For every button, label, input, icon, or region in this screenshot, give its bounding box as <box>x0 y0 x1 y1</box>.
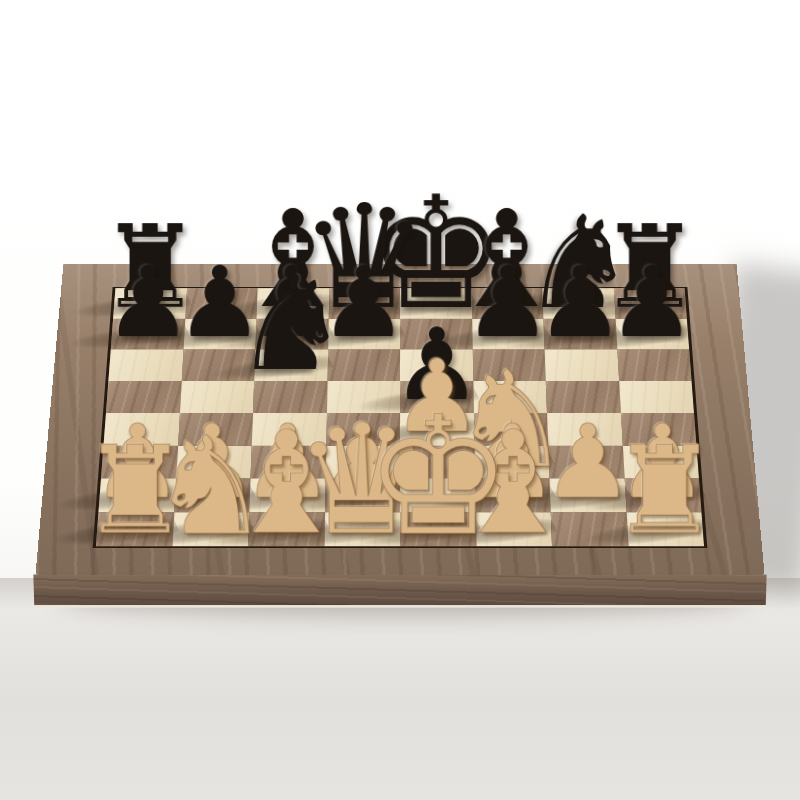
piece-glyph-rook: ♜ <box>610 430 719 530</box>
piece-glyph-king: ♚ <box>364 394 512 529</box>
piece-glyph-pawn: ♟ <box>608 254 696 334</box>
chess-board: ♜♝♛♚♝♞♜♟♟♟♟♟♟♟♞♟♟♞♟♟♟♟♟♟♟♜♞♝♛♚♝♜ <box>35 264 764 575</box>
pieces-layer: ♜♝♛♚♝♞♜♟♟♟♟♟♟♟♞♟♟♞♟♟♟♟♟♟♟♜♞♝♛♚♝♜ <box>96 288 704 546</box>
photo-backdrop: ♜♝♛♚♝♞♜♟♟♟♟♟♟♟♞♟♟♞♟♟♟♟♟♟♟♜♞♝♛♚♝♜ <box>0 0 800 800</box>
piece-glyph-knight: ♞ <box>150 418 272 529</box>
piece-glyph-knight: ♞ <box>233 258 350 365</box>
scene: ♜♝♛♚♝♞♜♟♟♟♟♟♟♟♞♟♟♞♟♟♟♟♟♟♟♜♞♝♛♚♝♜ <box>50 93 750 733</box>
board-front-edge <box>33 575 766 608</box>
